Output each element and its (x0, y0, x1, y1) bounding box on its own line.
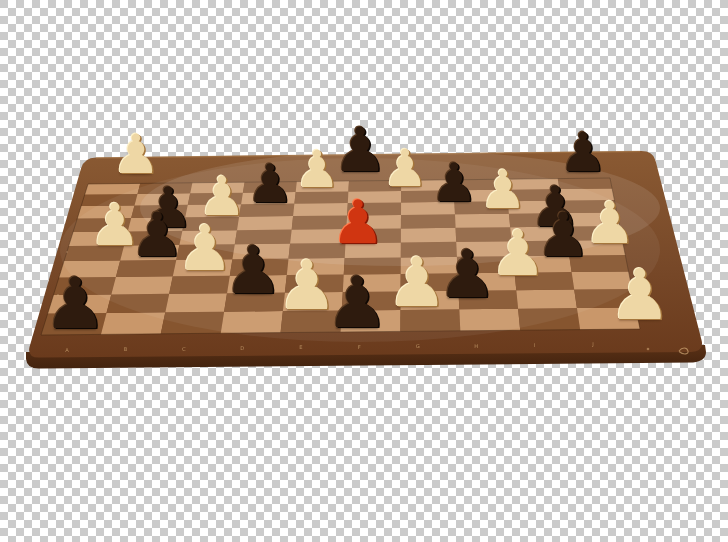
black-pawn[interactable]: ♟ (223, 238, 282, 304)
white-pawn[interactable]: ♟ (490, 222, 546, 285)
black-pawn[interactable]: ♟ (43, 268, 107, 339)
coordinate-letter: H (474, 343, 478, 349)
white-pawn[interactable]: ♟ (387, 249, 448, 317)
coordinate-letter: C (182, 346, 186, 352)
black-pawn[interactable]: ♟ (559, 126, 607, 180)
coordinate-letter: E (299, 344, 302, 350)
coordinate-letter: D (240, 345, 244, 351)
rim-speck (66, 251, 68, 253)
coordinate-letter: A (65, 347, 69, 353)
coordinate-letter: B (124, 346, 128, 352)
white-pawn[interactable]: ♟ (382, 143, 428, 194)
coordinate-letter: F (358, 344, 361, 350)
white-pawn[interactable]: ♟ (479, 163, 527, 216)
rim-ornament-dot (647, 348, 650, 351)
black-pawn[interactable]: ♟ (430, 156, 478, 209)
coordinate-letter: G (416, 343, 420, 349)
white-pawn[interactable]: ♟ (584, 194, 636, 252)
transparent-png-stage: ABCDEFGHIJ ♟♟♟♟♟♟♟♟♟♟♟♟♟♟♟♟♟♟♟♟♟♟♟♟♟ (0, 0, 728, 542)
black-pawn[interactable]: ♟ (325, 267, 389, 338)
white-pawn[interactable]: ♟ (609, 260, 672, 330)
black-pawn[interactable]: ♟ (333, 119, 388, 180)
red-pawn[interactable]: ♟ (331, 192, 385, 252)
black-pawn[interactable]: ♟ (246, 157, 294, 210)
